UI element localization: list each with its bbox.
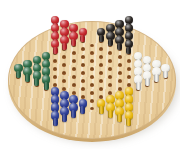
hole[interactable] <box>81 87 85 90</box>
blue-peg-stem <box>80 106 85 114</box>
yellow-peg-stem <box>126 118 131 126</box>
hole[interactable] <box>72 75 76 78</box>
hole[interactable] <box>90 91 94 94</box>
hole[interactable] <box>90 83 94 86</box>
black-peg-stem <box>108 39 113 47</box>
peg-black[interactable] <box>115 36 124 52</box>
hole[interactable] <box>81 95 85 98</box>
hole[interactable] <box>99 79 103 82</box>
yellow-peg-stem <box>99 106 104 114</box>
peg-blue[interactable] <box>78 99 87 115</box>
hole[interactable] <box>99 87 103 90</box>
white-peg-stem <box>136 82 141 90</box>
green-peg-stem <box>34 78 39 86</box>
hole[interactable] <box>90 67 94 70</box>
hole[interactable] <box>72 83 76 86</box>
peg-green[interactable] <box>14 64 23 80</box>
hole[interactable] <box>72 59 76 62</box>
hole[interactable] <box>118 71 122 74</box>
hole[interactable] <box>118 87 122 90</box>
hole[interactable] <box>72 91 76 94</box>
hole[interactable] <box>90 75 94 78</box>
hole[interactable] <box>127 75 131 78</box>
peg-yellow[interactable] <box>124 111 133 127</box>
blue-peg-stem <box>53 118 58 126</box>
hole[interactable] <box>53 67 57 70</box>
black-peg-stem <box>99 35 104 43</box>
hole[interactable] <box>99 71 103 74</box>
peg-white[interactable] <box>143 71 152 87</box>
hole[interactable] <box>53 83 57 86</box>
peg-yellow[interactable] <box>97 99 106 115</box>
peg-black[interactable] <box>97 28 106 44</box>
red-peg-stem <box>53 47 58 55</box>
hole[interactable] <box>72 67 76 70</box>
yellow-peg-stem <box>117 114 122 122</box>
hole[interactable] <box>127 59 131 62</box>
peg-red[interactable] <box>69 32 78 48</box>
hole[interactable] <box>118 63 122 66</box>
peg-blue[interactable] <box>69 103 78 119</box>
hole[interactable] <box>99 95 103 98</box>
green-peg-stem <box>44 82 49 90</box>
peg-red[interactable] <box>51 40 60 56</box>
peg-red[interactable] <box>60 36 69 52</box>
white-peg-stem <box>163 71 168 79</box>
hole[interactable] <box>81 79 85 82</box>
blue-peg-stem <box>71 110 76 118</box>
hole[interactable] <box>127 67 131 70</box>
hole[interactable] <box>127 83 131 86</box>
blue-peg-stem <box>62 114 67 122</box>
green-peg-stem <box>16 71 21 79</box>
hole[interactable] <box>81 55 85 58</box>
hole[interactable] <box>81 63 85 66</box>
peg-red[interactable] <box>78 28 87 44</box>
hole[interactable] <box>118 79 122 82</box>
white-peg-stem <box>154 74 159 82</box>
black-peg-stem <box>126 47 131 55</box>
peg-white[interactable] <box>161 64 170 80</box>
hole[interactable] <box>118 55 122 58</box>
hole[interactable] <box>90 44 94 47</box>
hole[interactable] <box>53 59 57 62</box>
white-peg-stem <box>145 78 150 86</box>
peg-yellow[interactable] <box>115 107 124 123</box>
hole[interactable] <box>99 55 103 58</box>
hole[interactable] <box>53 75 57 78</box>
peg-green[interactable] <box>42 75 51 91</box>
red-peg-stem <box>71 39 76 47</box>
peg-yellow[interactable] <box>106 103 115 119</box>
hole[interactable] <box>90 59 94 62</box>
hole[interactable] <box>90 99 94 102</box>
peg-white[interactable] <box>134 75 143 91</box>
hole[interactable] <box>81 47 85 50</box>
peg-blue[interactable] <box>51 111 60 127</box>
peg-green[interactable] <box>32 71 41 87</box>
peg-black[interactable] <box>106 32 115 48</box>
peg-black[interactable] <box>124 40 133 56</box>
hole[interactable] <box>72 51 76 54</box>
peg-white[interactable] <box>152 67 161 83</box>
peg-green[interactable] <box>23 67 32 83</box>
black-peg-stem <box>117 43 122 51</box>
yellow-peg-stem <box>108 110 113 118</box>
hole[interactable] <box>90 51 94 54</box>
peg-blue[interactable] <box>60 107 69 123</box>
red-peg-stem <box>62 43 67 51</box>
product-photo-stage <box>0 0 180 149</box>
hole[interactable] <box>81 71 85 74</box>
red-peg-stem <box>80 35 85 43</box>
green-peg-stem <box>25 74 30 82</box>
hole[interactable] <box>99 63 103 66</box>
